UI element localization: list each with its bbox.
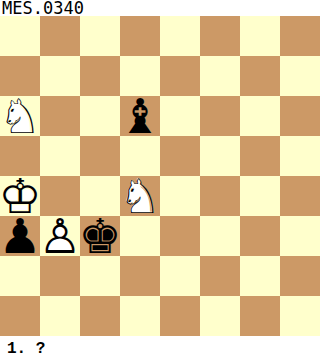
square-c1[interactable] xyxy=(80,296,120,336)
diagram-title: MES.0340 xyxy=(2,0,84,16)
square-g5[interactable] xyxy=(240,136,280,176)
square-h5[interactable] xyxy=(280,136,320,176)
square-d4[interactable]: ♞♘ xyxy=(120,176,160,216)
square-c3[interactable]: ♚ xyxy=(80,216,120,256)
black-king: ♚ xyxy=(80,216,120,256)
square-d3[interactable] xyxy=(120,216,160,256)
square-e2[interactable] xyxy=(160,256,200,296)
move-prompt: 1. ? xyxy=(7,339,45,359)
square-a4[interactable]: ♚♔ xyxy=(0,176,40,216)
square-d7[interactable] xyxy=(120,56,160,96)
square-g8[interactable] xyxy=(240,16,280,56)
square-c5[interactable] xyxy=(80,136,120,176)
square-f3[interactable] xyxy=(200,216,240,256)
square-b5[interactable] xyxy=(40,136,80,176)
square-d1[interactable] xyxy=(120,296,160,336)
square-f1[interactable] xyxy=(200,296,240,336)
square-g2[interactable] xyxy=(240,256,280,296)
square-a1[interactable] xyxy=(0,296,40,336)
square-g4[interactable] xyxy=(240,176,280,216)
white-king-fill: ♚ xyxy=(0,176,40,216)
square-d8[interactable] xyxy=(120,16,160,56)
square-b7[interactable] xyxy=(40,56,80,96)
square-b1[interactable] xyxy=(40,296,80,336)
square-a7[interactable] xyxy=(0,56,40,96)
square-f5[interactable] xyxy=(200,136,240,176)
square-a5[interactable] xyxy=(0,136,40,176)
white-knight-fill: ♞ xyxy=(0,96,40,136)
square-f4[interactable] xyxy=(200,176,240,216)
square-g3[interactable] xyxy=(240,216,280,256)
square-d5[interactable] xyxy=(120,136,160,176)
black-pawn: ♟ xyxy=(0,216,40,256)
square-f6[interactable] xyxy=(200,96,240,136)
square-h6[interactable] xyxy=(280,96,320,136)
square-d6[interactable]: ♝ xyxy=(120,96,160,136)
square-g1[interactable] xyxy=(240,296,280,336)
square-b4[interactable] xyxy=(40,176,80,216)
square-h8[interactable] xyxy=(280,16,320,56)
square-g6[interactable] xyxy=(240,96,280,136)
white-knight: ♘ xyxy=(120,176,160,216)
square-h4[interactable] xyxy=(280,176,320,216)
white-knight-fill: ♞ xyxy=(120,176,160,216)
square-e3[interactable] xyxy=(160,216,200,256)
square-e4[interactable] xyxy=(160,176,200,216)
square-c6[interactable] xyxy=(80,96,120,136)
square-c4[interactable] xyxy=(80,176,120,216)
white-knight: ♘ xyxy=(0,96,40,136)
square-a2[interactable] xyxy=(0,256,40,296)
square-f2[interactable] xyxy=(200,256,240,296)
square-a6[interactable]: ♞♘ xyxy=(0,96,40,136)
square-f8[interactable] xyxy=(200,16,240,56)
square-b8[interactable] xyxy=(40,16,80,56)
square-b2[interactable] xyxy=(40,256,80,296)
white-pawn: ♙ xyxy=(40,216,80,256)
chess-board: ♞♘♝♚♔♞♘♟♟♙♚ xyxy=(0,16,320,336)
square-g7[interactable] xyxy=(240,56,280,96)
square-c2[interactable] xyxy=(80,256,120,296)
white-king: ♔ xyxy=(0,176,40,216)
square-e6[interactable] xyxy=(160,96,200,136)
square-f7[interactable] xyxy=(200,56,240,96)
square-e1[interactable] xyxy=(160,296,200,336)
square-h7[interactable] xyxy=(280,56,320,96)
square-a3[interactable]: ♟ xyxy=(0,216,40,256)
square-e8[interactable] xyxy=(160,16,200,56)
square-e5[interactable] xyxy=(160,136,200,176)
square-b6[interactable] xyxy=(40,96,80,136)
square-h2[interactable] xyxy=(280,256,320,296)
square-c8[interactable] xyxy=(80,16,120,56)
black-bishop: ♝ xyxy=(120,96,160,136)
square-d2[interactable] xyxy=(120,256,160,296)
square-c7[interactable] xyxy=(80,56,120,96)
diagram-page: { "header": { "title": "MES.0340" }, "fo… xyxy=(0,0,320,360)
square-e7[interactable] xyxy=(160,56,200,96)
square-h3[interactable] xyxy=(280,216,320,256)
square-a8[interactable] xyxy=(0,16,40,56)
square-h1[interactable] xyxy=(280,296,320,336)
white-pawn-fill: ♟ xyxy=(40,216,80,256)
square-b3[interactable]: ♟♙ xyxy=(40,216,80,256)
